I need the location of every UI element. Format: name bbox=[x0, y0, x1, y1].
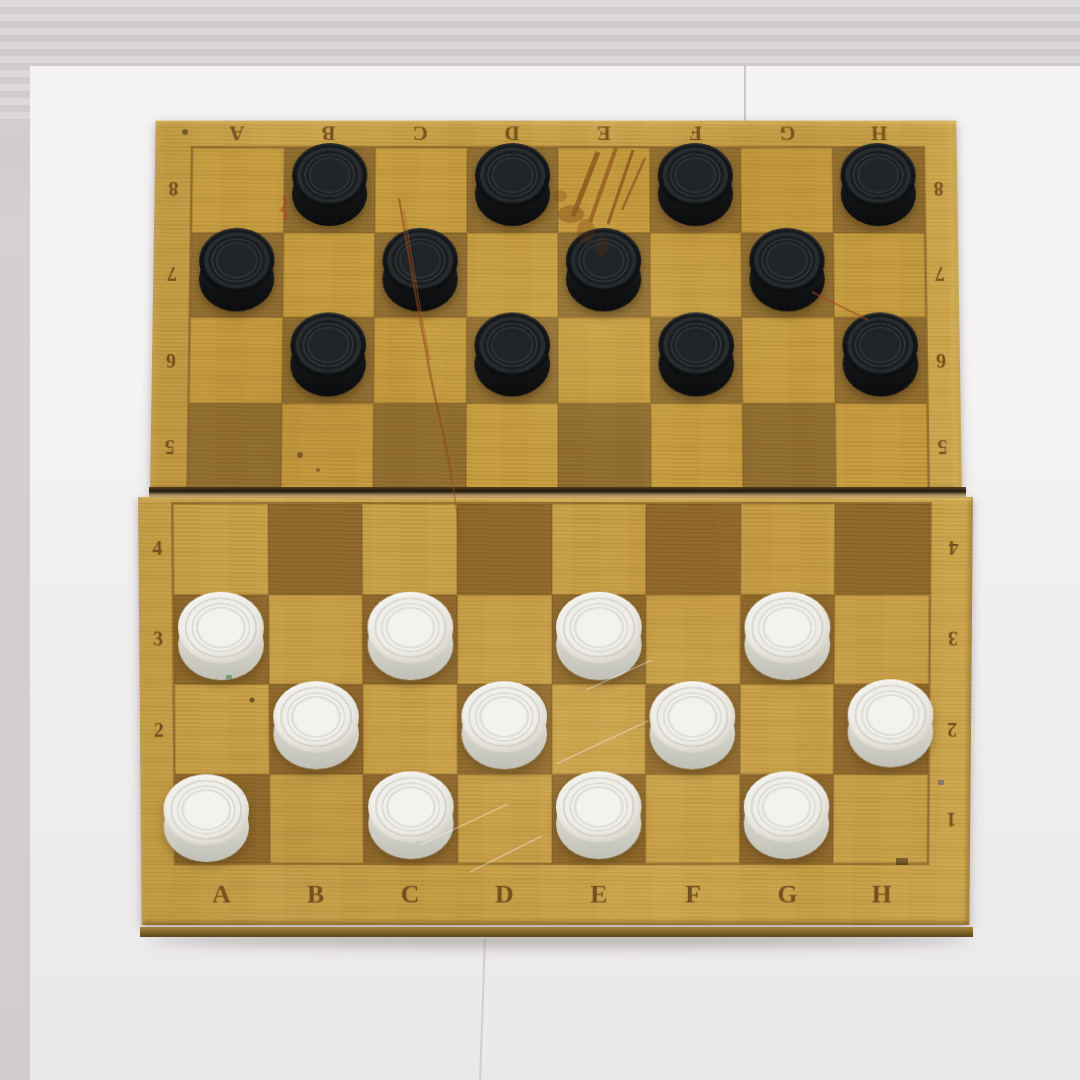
white-piece-c1[interactable] bbox=[368, 771, 454, 860]
white-piece-g1[interactable] bbox=[744, 771, 830, 860]
photo-scene: ABCDEFGH 88776655 ABCDEFGH 4433221 bbox=[0, 0, 1080, 1080]
square-f6[interactable] bbox=[650, 317, 742, 403]
rank-label-left-4: 4 bbox=[144, 535, 170, 561]
file-label-b: B bbox=[283, 122, 375, 145]
square-g1[interactable] bbox=[739, 774, 833, 863]
square-b8[interactable] bbox=[283, 148, 375, 232]
file-label-c: C bbox=[363, 880, 457, 910]
square-c7[interactable] bbox=[374, 232, 466, 317]
square-b5[interactable] bbox=[281, 403, 374, 489]
square-h1[interactable] bbox=[833, 774, 928, 863]
rank-label-right-1: 1 bbox=[938, 807, 964, 833]
square-c5[interactable] bbox=[373, 403, 466, 489]
square-c1[interactable] bbox=[363, 774, 457, 863]
square-c8[interactable] bbox=[375, 148, 467, 232]
white-piece-e3[interactable] bbox=[556, 592, 642, 681]
piece-top bbox=[842, 313, 918, 378]
square-h7[interactable] bbox=[833, 232, 926, 317]
square-h5[interactable] bbox=[835, 403, 928, 489]
piece-top bbox=[367, 592, 453, 664]
square-b4[interactable] bbox=[268, 504, 363, 594]
square-d1[interactable] bbox=[457, 774, 551, 863]
piece-top bbox=[847, 680, 933, 751]
white-piece-f2[interactable] bbox=[650, 681, 736, 770]
square-e6[interactable] bbox=[558, 317, 650, 403]
black-piece-g7[interactable] bbox=[749, 228, 825, 312]
black-piece-a7[interactable] bbox=[199, 228, 275, 312]
square-c6[interactable] bbox=[374, 317, 466, 403]
file-label-d: D bbox=[457, 880, 551, 910]
square-f5[interactable] bbox=[650, 403, 743, 489]
file-label-f: F bbox=[646, 880, 740, 910]
square-e7[interactable] bbox=[558, 232, 650, 317]
square-b6[interactable] bbox=[281, 317, 374, 403]
rank-label-right-4: 4 bbox=[941, 535, 967, 561]
black-piece-f8[interactable] bbox=[657, 143, 733, 227]
black-piece-d8[interactable] bbox=[475, 143, 550, 227]
square-g2[interactable] bbox=[740, 684, 835, 774]
square-e3[interactable] bbox=[552, 594, 646, 684]
black-piece-h8[interactable] bbox=[840, 143, 916, 227]
square-f4[interactable] bbox=[646, 504, 741, 594]
file-label-g: G bbox=[741, 122, 833, 145]
file-label-h: H bbox=[835, 880, 930, 910]
piece-top bbox=[657, 143, 732, 207]
rank-label-right-7: 7 bbox=[927, 261, 953, 287]
rank-label-right-6: 6 bbox=[928, 348, 954, 374]
square-d2[interactable] bbox=[457, 684, 551, 774]
square-b3[interactable] bbox=[268, 594, 363, 684]
square-h2[interactable] bbox=[834, 684, 929, 774]
square-f8[interactable] bbox=[649, 148, 741, 232]
file-label-e: E bbox=[558, 122, 650, 145]
square-d6[interactable] bbox=[466, 317, 558, 403]
square-g6[interactable] bbox=[742, 317, 835, 403]
rank-label-left-8: 8 bbox=[160, 176, 186, 201]
board-hinge-seam bbox=[149, 487, 966, 498]
square-a2[interactable] bbox=[174, 684, 269, 774]
black-piece-f6[interactable] bbox=[658, 313, 734, 398]
rank-label-right-3: 3 bbox=[940, 626, 966, 652]
board-grid-ranks-4-to-1 bbox=[171, 502, 932, 865]
square-f3[interactable] bbox=[646, 594, 741, 684]
square-a3[interactable] bbox=[174, 594, 269, 684]
black-piece-b8[interactable] bbox=[291, 143, 367, 227]
white-piece-a1[interactable] bbox=[164, 774, 250, 863]
rank-label-left-5: 5 bbox=[156, 434, 182, 460]
white-piece-a3[interactable] bbox=[178, 592, 264, 681]
piece-top bbox=[383, 228, 459, 293]
piece-top bbox=[290, 313, 366, 378]
white-piece-d2[interactable] bbox=[462, 681, 548, 770]
file-label-h: H bbox=[833, 122, 925, 145]
square-h8[interactable] bbox=[832, 148, 924, 232]
square-h6[interactable] bbox=[834, 317, 927, 403]
rank-label-right-8: 8 bbox=[926, 176, 952, 201]
piece-top bbox=[368, 771, 454, 842]
piece-top bbox=[744, 771, 830, 842]
square-a4[interactable] bbox=[173, 504, 268, 594]
piece-top bbox=[658, 313, 734, 378]
square-e1[interactable] bbox=[552, 774, 646, 863]
square-g3[interactable] bbox=[740, 594, 835, 684]
square-f2[interactable] bbox=[646, 684, 740, 774]
square-a7[interactable] bbox=[190, 232, 283, 317]
file-labels-bottom: ABCDEFGH bbox=[174, 880, 929, 910]
square-d4[interactable] bbox=[457, 504, 552, 594]
black-piece-c7[interactable] bbox=[382, 228, 458, 312]
file-label-c: C bbox=[374, 122, 466, 145]
rank-label-left-7: 7 bbox=[159, 261, 185, 287]
file-label-a: A bbox=[174, 880, 269, 910]
file-label-a: A bbox=[191, 122, 283, 145]
white-piece-b2[interactable] bbox=[273, 681, 359, 770]
piece-top bbox=[273, 681, 359, 752]
file-label-f: F bbox=[650, 122, 742, 145]
rank-label-left-3: 3 bbox=[145, 626, 171, 652]
square-c2[interactable] bbox=[363, 684, 457, 774]
square-f1[interactable] bbox=[645, 774, 739, 863]
black-piece-e7[interactable] bbox=[566, 228, 642, 312]
square-e2[interactable] bbox=[552, 684, 646, 774]
square-c4[interactable] bbox=[362, 504, 457, 594]
square-e4[interactable] bbox=[552, 504, 647, 594]
piece-top bbox=[556, 592, 642, 664]
board-bottom-half: ABCDEFGH 4433221 bbox=[138, 497, 973, 925]
file-label-d: D bbox=[466, 122, 558, 145]
piece-top bbox=[178, 592, 264, 664]
square-d5[interactable] bbox=[466, 403, 558, 489]
square-f7[interactable] bbox=[650, 232, 742, 317]
square-b1[interactable] bbox=[269, 774, 363, 863]
square-h4[interactable] bbox=[835, 504, 930, 594]
square-h3[interactable] bbox=[834, 594, 929, 684]
file-label-e: E bbox=[552, 880, 646, 910]
white-piece-g3[interactable] bbox=[744, 592, 830, 681]
black-piece-b6[interactable] bbox=[290, 313, 366, 398]
square-e5[interactable] bbox=[558, 403, 650, 489]
black-piece-h6[interactable] bbox=[842, 313, 919, 398]
rank-label-right-5: 5 bbox=[929, 434, 955, 460]
white-piece-e1[interactable] bbox=[556, 771, 642, 860]
square-b7[interactable] bbox=[282, 232, 374, 317]
square-g4[interactable] bbox=[740, 504, 835, 594]
piece-top bbox=[474, 313, 550, 378]
square-d3[interactable] bbox=[457, 594, 551, 684]
piece-top bbox=[462, 681, 548, 752]
piece-top bbox=[164, 774, 250, 845]
piece-top bbox=[744, 592, 830, 664]
piece-top bbox=[475, 143, 550, 207]
board-top-half: ABCDEFGH 88776655 bbox=[150, 121, 962, 491]
piece-top bbox=[840, 143, 916, 207]
board-side-edge bbox=[140, 927, 973, 937]
piece-top bbox=[749, 228, 825, 293]
file-label-g: G bbox=[740, 880, 834, 910]
board-grid-ranks-8-to-5 bbox=[186, 146, 930, 491]
square-e8[interactable] bbox=[558, 148, 650, 232]
rank-label-right-2: 2 bbox=[939, 717, 965, 743]
square-c3[interactable] bbox=[363, 594, 458, 684]
square-g5[interactable] bbox=[742, 403, 835, 489]
white-piece-h2[interactable] bbox=[847, 680, 933, 769]
square-d7[interactable] bbox=[466, 232, 558, 317]
file-label-b: B bbox=[268, 880, 362, 910]
white-piece-c3[interactable] bbox=[367, 592, 453, 681]
square-g7[interactable] bbox=[741, 232, 833, 317]
square-a8[interactable] bbox=[192, 148, 284, 232]
square-g8[interactable] bbox=[741, 148, 833, 232]
square-d8[interactable] bbox=[466, 148, 558, 232]
piece-top bbox=[556, 771, 642, 842]
file-labels-top: ABCDEFGH bbox=[191, 122, 925, 145]
square-a6[interactable] bbox=[189, 317, 282, 403]
square-a5[interactable] bbox=[188, 403, 281, 489]
square-b2[interactable] bbox=[269, 684, 364, 774]
piece-top bbox=[292, 143, 368, 207]
square-a1[interactable] bbox=[175, 774, 270, 863]
black-piece-d6[interactable] bbox=[474, 313, 550, 398]
rank-label-left-2: 2 bbox=[146, 717, 172, 743]
rank-label-left-6: 6 bbox=[158, 348, 184, 374]
piece-top bbox=[199, 228, 275, 293]
piece-top bbox=[566, 228, 641, 293]
